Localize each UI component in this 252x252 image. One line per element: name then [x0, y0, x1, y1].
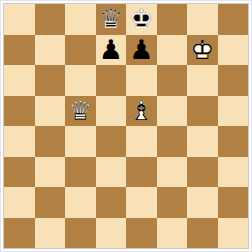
square-a6[interactable] — [4, 65, 35, 96]
square-h3[interactable] — [218, 157, 249, 188]
piece-black-king-e8[interactable]: ♚♔ — [126, 4, 157, 35]
white-queen-outline: ♕ — [65, 96, 96, 127]
square-g8[interactable] — [187, 4, 218, 35]
square-f2[interactable] — [157, 187, 188, 218]
square-d4[interactable] — [96, 126, 127, 157]
square-g5[interactable] — [187, 96, 218, 127]
square-b4[interactable] — [35, 126, 66, 157]
square-h7[interactable] — [218, 35, 249, 66]
square-a8[interactable] — [4, 4, 35, 35]
square-b5[interactable] — [35, 96, 66, 127]
square-c4[interactable] — [65, 126, 96, 157]
square-c3[interactable] — [65, 157, 96, 188]
square-h4[interactable] — [218, 126, 249, 157]
chess-board: ♛♕♚♔♟♟♚♔♛♕♝♗ — [4, 4, 248, 248]
square-d1[interactable] — [96, 218, 127, 249]
board-border: ♛♕♚♔♟♟♚♔♛♕♝♗ — [3, 3, 249, 249]
square-c6[interactable] — [65, 65, 96, 96]
square-d3[interactable] — [96, 157, 127, 188]
square-e2[interactable] — [126, 187, 157, 218]
square-c2[interactable] — [65, 187, 96, 218]
square-f3[interactable] — [157, 157, 188, 188]
square-e8[interactable]: ♚♔ — [126, 4, 157, 35]
square-e3[interactable] — [126, 157, 157, 188]
square-h1[interactable] — [218, 218, 249, 249]
square-g3[interactable] — [187, 157, 218, 188]
square-e5[interactable]: ♝♗ — [126, 96, 157, 127]
square-c1[interactable] — [65, 218, 96, 249]
black-queen-outline: ♕ — [96, 4, 127, 35]
white-bishop-outline: ♗ — [126, 96, 157, 127]
black-pawn-glyph: ♟ — [126, 35, 157, 66]
square-a5[interactable] — [4, 96, 35, 127]
square-d7[interactable]: ♟ — [96, 35, 127, 66]
square-g6[interactable] — [187, 65, 218, 96]
piece-black-queen-d8[interactable]: ♛♕ — [96, 4, 127, 35]
square-f4[interactable] — [157, 126, 188, 157]
square-a7[interactable] — [4, 35, 35, 66]
black-king-outline: ♔ — [126, 4, 157, 35]
square-h5[interactable] — [218, 96, 249, 127]
square-b6[interactable] — [35, 65, 66, 96]
square-b8[interactable] — [35, 4, 66, 35]
square-f5[interactable] — [157, 96, 188, 127]
square-d6[interactable] — [96, 65, 127, 96]
square-c5[interactable]: ♛♕ — [65, 96, 96, 127]
square-g2[interactable] — [187, 187, 218, 218]
square-c7[interactable] — [65, 35, 96, 66]
white-king-outline: ♔ — [187, 35, 218, 66]
square-b2[interactable] — [35, 187, 66, 218]
board-frame: ♛♕♚♔♟♟♚♔♛♕♝♗ — [0, 0, 252, 252]
piece-white-queen-c5[interactable]: ♛♕ — [65, 96, 96, 127]
square-c8[interactable] — [65, 4, 96, 35]
square-b1[interactable] — [35, 218, 66, 249]
square-e1[interactable] — [126, 218, 157, 249]
square-g4[interactable] — [187, 126, 218, 157]
square-a3[interactable] — [4, 157, 35, 188]
square-g1[interactable] — [187, 218, 218, 249]
square-d2[interactable] — [96, 187, 127, 218]
piece-white-king-g7[interactable]: ♚♔ — [187, 35, 218, 66]
square-d8[interactable]: ♛♕ — [96, 4, 127, 35]
square-h8[interactable] — [218, 4, 249, 35]
square-f8[interactable] — [157, 4, 188, 35]
square-e7[interactable]: ♟ — [126, 35, 157, 66]
black-pawn-glyph: ♟ — [96, 35, 127, 66]
square-a1[interactable] — [4, 218, 35, 249]
square-f6[interactable] — [157, 65, 188, 96]
square-h2[interactable] — [218, 187, 249, 218]
piece-black-pawn-e7[interactable]: ♟ — [126, 35, 157, 66]
square-b3[interactable] — [35, 157, 66, 188]
square-a2[interactable] — [4, 187, 35, 218]
square-d5[interactable] — [96, 96, 127, 127]
square-e6[interactable] — [126, 65, 157, 96]
square-b7[interactable] — [35, 35, 66, 66]
piece-black-pawn-d7[interactable]: ♟ — [96, 35, 127, 66]
piece-white-bishop-e5[interactable]: ♝♗ — [126, 96, 157, 127]
square-g7[interactable]: ♚♔ — [187, 35, 218, 66]
square-f1[interactable] — [157, 218, 188, 249]
square-f7[interactable] — [157, 35, 188, 66]
square-e4[interactable] — [126, 126, 157, 157]
square-h6[interactable] — [218, 65, 249, 96]
square-a4[interactable] — [4, 126, 35, 157]
